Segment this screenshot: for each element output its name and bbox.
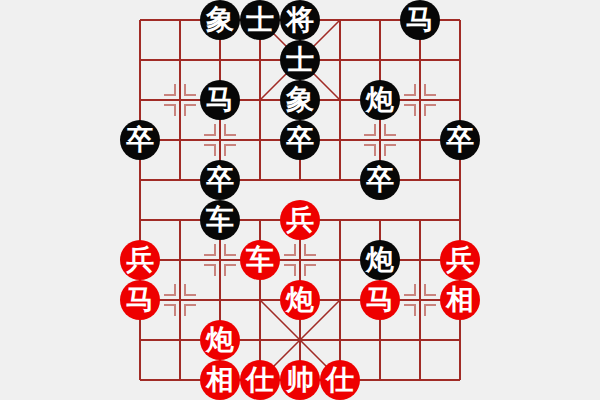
piece-black-soldier[interactable]: 卒 <box>120 120 160 160</box>
piece-red-advisor[interactable]: 仕 <box>240 360 280 400</box>
piece-red-general[interactable]: 帅 <box>280 360 320 400</box>
piece-black-soldier[interactable]: 卒 <box>200 160 240 200</box>
piece-black-elephant[interactable]: 象 <box>200 0 240 40</box>
piece-red-soldier[interactable]: 兵 <box>120 240 160 280</box>
piece-red-horse[interactable]: 马 <box>120 280 160 320</box>
piece-black-general[interactable]: 将 <box>280 0 320 40</box>
piece-black-advisor[interactable]: 士 <box>280 40 320 80</box>
piece-red-soldier[interactable]: 兵 <box>440 240 480 280</box>
piece-red-advisor[interactable]: 仕 <box>320 360 360 400</box>
piece-red-elephant[interactable]: 相 <box>200 360 240 400</box>
piece-black-horse[interactable]: 马 <box>200 80 240 120</box>
xiangqi-board: 象士将马士马象炮卒卒卒卒卒车炮兵兵车兵马炮马相炮相仕帅仕 <box>0 0 600 400</box>
piece-red-horse[interactable]: 马 <box>360 280 400 320</box>
piece-black-cannon[interactable]: 炮 <box>360 240 400 280</box>
pieces-layer: 象士将马士马象炮卒卒卒卒卒车炮兵兵车兵马炮马相炮相仕帅仕 <box>120 0 480 400</box>
piece-black-soldier[interactable]: 卒 <box>440 120 480 160</box>
piece-black-advisor[interactable]: 士 <box>240 0 280 40</box>
piece-black-soldier[interactable]: 卒 <box>360 160 400 200</box>
piece-black-cannon[interactable]: 炮 <box>360 80 400 120</box>
piece-red-chariot[interactable]: 车 <box>240 240 280 280</box>
piece-black-elephant[interactable]: 象 <box>280 80 320 120</box>
piece-red-elephant[interactable]: 相 <box>440 280 480 320</box>
piece-red-cannon[interactable]: 炮 <box>280 280 320 320</box>
piece-black-soldier[interactable]: 卒 <box>280 120 320 160</box>
piece-black-horse[interactable]: 马 <box>400 0 440 40</box>
piece-black-chariot[interactable]: 车 <box>200 200 240 240</box>
piece-red-cannon[interactable]: 炮 <box>200 320 240 360</box>
piece-red-soldier[interactable]: 兵 <box>280 200 320 240</box>
